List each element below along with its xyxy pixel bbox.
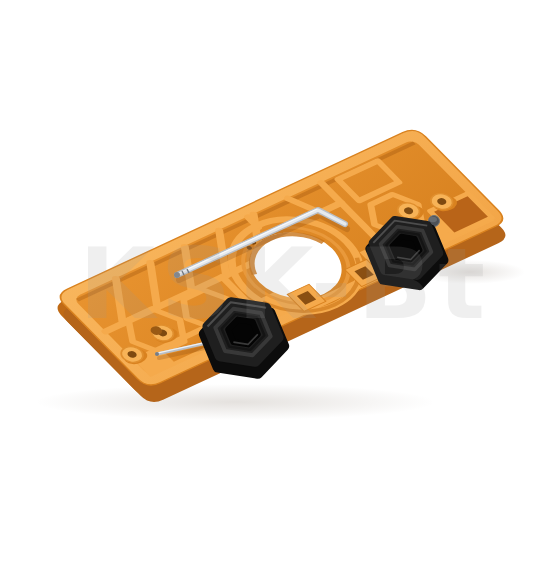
watermark-text: KSK-Bt bbox=[79, 227, 491, 341]
product-photo: KSK-Bt bbox=[0, 0, 560, 580]
product-photo-svg: KSK-Bt bbox=[0, 0, 560, 580]
plate-shadow bbox=[35, 384, 435, 420]
pin-tip bbox=[155, 352, 159, 356]
